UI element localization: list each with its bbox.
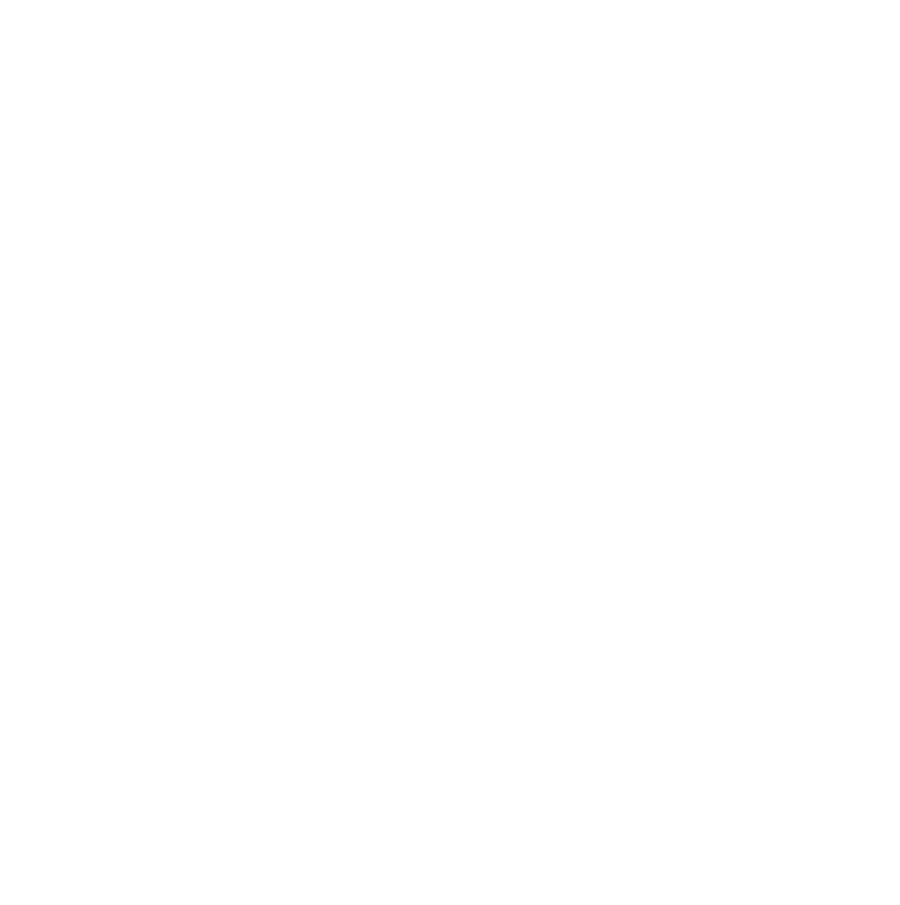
chess-board: [0, 8, 893, 903]
board-frame: [0, 0, 900, 905]
